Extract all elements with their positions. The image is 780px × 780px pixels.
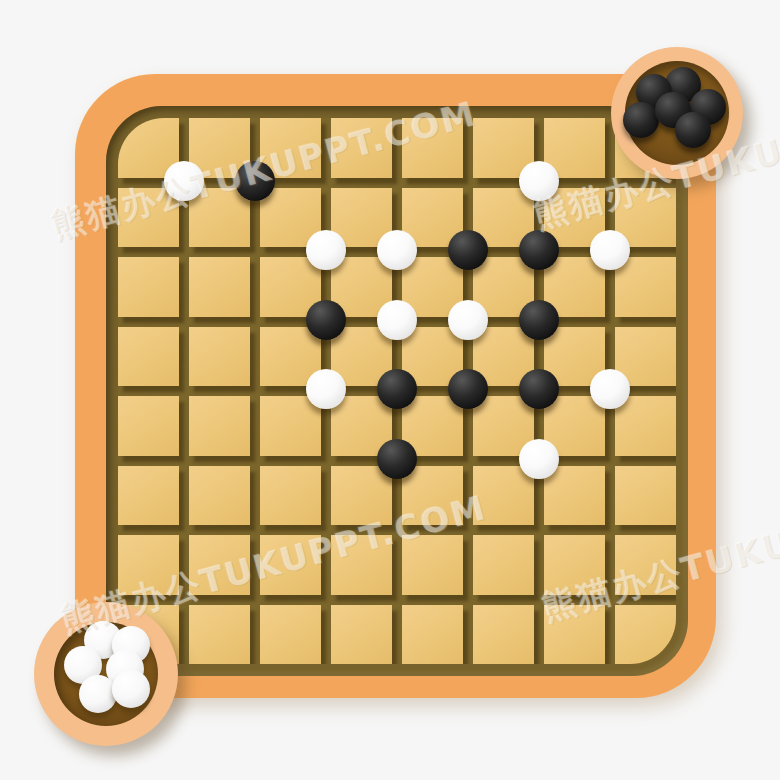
black-stone[interactable] [377, 439, 417, 479]
board-cell [615, 535, 676, 595]
black-stone[interactable] [448, 369, 488, 409]
board-cell [473, 466, 534, 526]
white-stone-bowl[interactable] [34, 602, 178, 746]
board-cell [402, 118, 463, 178]
board-cell [189, 605, 250, 665]
white-stone[interactable] [519, 439, 559, 479]
captured-white-stone [79, 675, 117, 713]
board-cell [118, 188, 179, 248]
board-cell [189, 188, 250, 248]
board-cell [189, 466, 250, 526]
page-background: { "game": "go", "board": { "cells": "8x8… [0, 0, 780, 780]
board-cell [473, 605, 534, 665]
white-stone[interactable] [519, 161, 559, 201]
board-cell [118, 396, 179, 456]
board-cell [189, 396, 250, 456]
captured-black-stone [675, 112, 711, 148]
board-cell [473, 535, 534, 595]
board-cell [331, 535, 392, 595]
black-stone-bowl[interactable] [611, 47, 743, 179]
board-cell [331, 466, 392, 526]
board-cell [544, 466, 605, 526]
black-stone[interactable] [306, 300, 346, 340]
white-stone[interactable] [377, 300, 417, 340]
board-cell [189, 257, 250, 317]
board-cell [118, 257, 179, 317]
board-cell [402, 535, 463, 595]
board-cell [260, 535, 321, 595]
board-cell [189, 535, 250, 595]
board-cell [260, 396, 321, 456]
board-cell [331, 118, 392, 178]
board-cell [260, 605, 321, 665]
board-cell [544, 605, 605, 665]
white-stone[interactable] [377, 230, 417, 270]
black-stone[interactable] [235, 161, 275, 201]
board-cell [331, 605, 392, 665]
white-stone[interactable] [448, 300, 488, 340]
black-stone[interactable] [377, 369, 417, 409]
black-stone[interactable] [519, 230, 559, 270]
white-bowl-interior [54, 622, 158, 726]
white-stone[interactable] [590, 230, 630, 270]
board-cell [118, 466, 179, 526]
board-cell [402, 605, 463, 665]
board-cell [544, 535, 605, 595]
white-stone[interactable] [306, 369, 346, 409]
board-cell [118, 327, 179, 387]
captured-black-stone [623, 102, 659, 138]
black-bowl-interior [625, 61, 729, 165]
board-cell [260, 466, 321, 526]
board-cell [615, 396, 676, 456]
board-cell [402, 466, 463, 526]
board-cell [118, 535, 179, 595]
black-stone[interactable] [448, 230, 488, 270]
board-cell [615, 257, 676, 317]
captured-white-stone [112, 670, 150, 708]
black-stone[interactable] [519, 369, 559, 409]
board-cell [615, 466, 676, 526]
board-cell [189, 327, 250, 387]
white-stone[interactable] [306, 230, 346, 270]
white-stone[interactable] [590, 369, 630, 409]
black-stone[interactable] [519, 300, 559, 340]
white-stone[interactable] [164, 161, 204, 201]
